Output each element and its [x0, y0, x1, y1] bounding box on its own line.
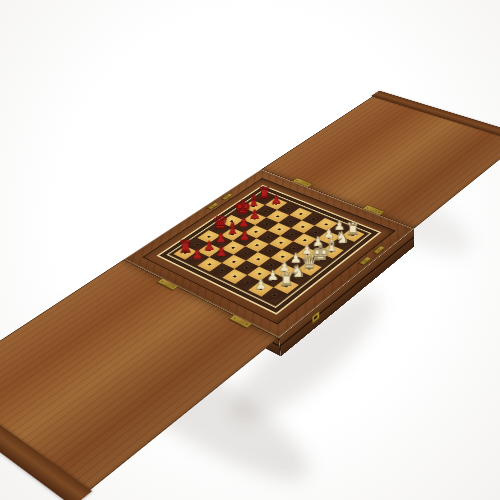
lid-end-batten	[371, 91, 500, 143]
pawn-glyph: ♟	[238, 216, 249, 229]
square-a7[interactable]: ♟	[185, 252, 209, 266]
pawn-glyph: ♟	[255, 277, 267, 291]
pawn-glyph: ♟	[216, 245, 228, 258]
keyhole-icon	[312, 311, 320, 325]
lid-end-batten	[0, 380, 92, 500]
pawn-glyph: ♟	[191, 247, 203, 260]
pawn-glyph: ♟	[239, 229, 251, 242]
travel-chess-set-photo: ♜♟♟♜♝♟♞♚♟♟♝♟♟♚♛♝♟♟♛♟♟♞♟♟♟♜♜♟♟	[0, 0, 500, 500]
pawn-glyph: ♟	[203, 239, 215, 252]
chess-board: ♜♟♟♜♝♟♞♚♟♟♝♟♟♚♛♝♟♟♛♟♟♞♟♟♟♜♜♟♟	[173, 193, 364, 303]
pawn-glyph: ♟	[267, 268, 279, 282]
pawn-glyph: ♟	[249, 208, 260, 221]
bishop-glyph: ♝	[225, 221, 239, 237]
rook-glyph: ♜	[278, 271, 294, 289]
pawn-glyph: ♟	[271, 193, 282, 205]
pawn-glyph: ♟	[215, 231, 227, 244]
